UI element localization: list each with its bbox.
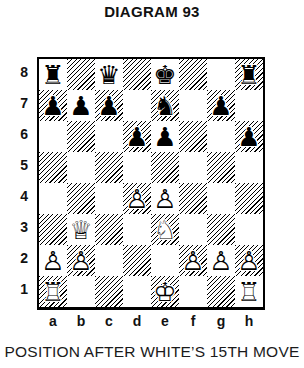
file-label-c: c [95, 313, 123, 329]
square-d4: ♟♙ [123, 183, 151, 214]
caption: POSITION AFTER WHITE’S 15TH MOVE [0, 343, 304, 361]
square-f2: ♟♙ [179, 245, 207, 276]
white-rook-piece: ♜♖ [39, 276, 67, 307]
square-f7 [179, 90, 207, 121]
square-b5 [67, 152, 95, 183]
square-c3 [95, 214, 123, 245]
chess-board-block: 87654321 ♜♛♚♜♟♟♟♞♟♟♟♟♟♙♟♙♛♕♞♘♟♙♟♙♟♙♟♙♟♙♜… [3, 57, 265, 329]
white-pawn-piece: ♟♙ [235, 245, 263, 276]
black-pawn-piece: ♟ [123, 121, 151, 152]
square-e8: ♚ [151, 59, 179, 90]
square-e4: ♟♙ [151, 183, 179, 214]
square-c7: ♟ [95, 90, 123, 121]
white-pawn-piece: ♟♙ [207, 245, 235, 276]
rank-label-7: 7 [3, 88, 37, 119]
square-a1: ♜♖ [39, 276, 67, 307]
diagram-page: DIAGRAM 93 87654321 ♜♛♚♜♟♟♟♞♟♟♟♟♟♙♟♙♛♕♞♘… [0, 0, 304, 368]
square-h7 [235, 90, 263, 121]
white-queen-piece: ♛♕ [67, 214, 95, 245]
diagram-title: DIAGRAM 93 [0, 3, 304, 20]
square-h4 [235, 183, 263, 214]
square-e5 [151, 152, 179, 183]
file-label-a: a [39, 313, 67, 329]
square-h6: ♟ [235, 121, 263, 152]
square-a6 [39, 121, 67, 152]
square-a4 [39, 183, 67, 214]
square-a7: ♟ [39, 90, 67, 121]
black-queen-piece: ♛ [95, 59, 123, 90]
square-f6 [179, 121, 207, 152]
file-label-e: e [151, 313, 179, 329]
square-e1: ♚♔ [151, 276, 179, 307]
square-g4 [207, 183, 235, 214]
rank-label-1: 1 [3, 274, 37, 305]
white-pawn-piece: ♟♙ [123, 183, 151, 214]
rank-label-6: 6 [3, 119, 37, 150]
file-label-f: f [179, 313, 207, 329]
black-pawn-piece: ♟ [207, 90, 235, 121]
rank-label-4: 4 [3, 181, 37, 212]
square-d6: ♟ [123, 121, 151, 152]
square-d5 [123, 152, 151, 183]
square-f5 [179, 152, 207, 183]
black-pawn-piece: ♟ [95, 90, 123, 121]
square-g5 [207, 152, 235, 183]
square-d1 [123, 276, 151, 307]
square-b8 [67, 59, 95, 90]
square-e3: ♞♘ [151, 214, 179, 245]
black-king-piece: ♚ [151, 59, 179, 90]
rank-labels: 87654321 [3, 57, 37, 310]
file-label-h: h [235, 313, 263, 329]
square-g6 [207, 121, 235, 152]
square-h2: ♟♙ [235, 245, 263, 276]
square-c2 [95, 245, 123, 276]
square-h1: ♜♖ [235, 276, 263, 307]
file-label-g: g [207, 313, 235, 329]
white-king-piece: ♚♔ [151, 276, 179, 307]
black-rook-piece: ♜ [39, 59, 67, 90]
white-knight-piece: ♞♘ [151, 214, 179, 245]
white-pawn-piece: ♟♙ [39, 245, 67, 276]
rank-label-5: 5 [3, 150, 37, 181]
square-h8: ♜ [235, 59, 263, 90]
board: ♜♛♚♜♟♟♟♞♟♟♟♟♟♙♟♙♛♕♞♘♟♙♟♙♟♙♟♙♟♙♜♖♚♔♜♖ [37, 57, 265, 310]
square-f4 [179, 183, 207, 214]
black-knight-piece: ♞ [151, 90, 179, 121]
rank-label-2: 2 [3, 243, 37, 274]
square-b6 [67, 121, 95, 152]
square-d7 [123, 90, 151, 121]
square-e7: ♞ [151, 90, 179, 121]
square-b3: ♛♕ [67, 214, 95, 245]
white-rook-piece: ♜♖ [235, 276, 263, 307]
square-b7: ♟ [67, 90, 95, 121]
square-d3 [123, 214, 151, 245]
square-f3 [179, 214, 207, 245]
square-g3 [207, 214, 235, 245]
square-f1 [179, 276, 207, 307]
square-h3 [235, 214, 263, 245]
white-pawn-piece: ♟♙ [179, 245, 207, 276]
square-g8 [207, 59, 235, 90]
square-h5 [235, 152, 263, 183]
square-a2: ♟♙ [39, 245, 67, 276]
square-c6 [95, 121, 123, 152]
black-pawn-piece: ♟ [39, 90, 67, 121]
square-a3 [39, 214, 67, 245]
square-g2: ♟♙ [207, 245, 235, 276]
file-label-d: d [123, 313, 151, 329]
file-labels: abcdefgh [39, 313, 265, 329]
square-f8 [179, 59, 207, 90]
square-g7: ♟ [207, 90, 235, 121]
square-c5 [95, 152, 123, 183]
square-a5 [39, 152, 67, 183]
rank-label-3: 3 [3, 212, 37, 243]
square-e6: ♟ [151, 121, 179, 152]
square-d8 [123, 59, 151, 90]
square-b4 [67, 183, 95, 214]
white-pawn-piece: ♟♙ [67, 245, 95, 276]
square-g1 [207, 276, 235, 307]
white-pawn-piece: ♟♙ [151, 183, 179, 214]
rank-label-8: 8 [3, 57, 37, 88]
black-pawn-piece: ♟ [151, 121, 179, 152]
square-b2: ♟♙ [67, 245, 95, 276]
square-d2 [123, 245, 151, 276]
square-b1 [67, 276, 95, 307]
square-a8: ♜ [39, 59, 67, 90]
square-c4 [95, 183, 123, 214]
black-pawn-piece: ♟ [67, 90, 95, 121]
black-rook-piece: ♜ [235, 59, 263, 90]
square-e2 [151, 245, 179, 276]
black-pawn-piece: ♟ [235, 121, 263, 152]
square-c8: ♛ [95, 59, 123, 90]
square-c1 [95, 276, 123, 307]
file-label-b: b [67, 313, 95, 329]
